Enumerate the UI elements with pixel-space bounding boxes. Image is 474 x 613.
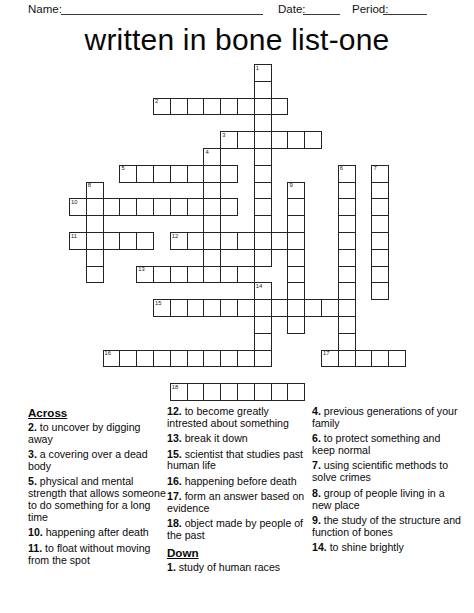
crossword-cell[interactable]: [237, 131, 255, 149]
clue-number: 5.: [28, 475, 37, 487]
crossword-cell[interactable]: [153, 198, 171, 216]
crossword-cell[interactable]: [254, 350, 272, 368]
crossword-cell[interactable]: [254, 148, 272, 166]
clue-item-1: 1. study of human races: [167, 562, 308, 574]
page-title: written in bone list-one: [0, 23, 474, 57]
crossword-cell[interactable]: [304, 131, 322, 149]
crossword-cell[interactable]: [203, 215, 221, 233]
crossword-cell[interactable]: 8: [86, 182, 104, 200]
crossword-cell[interactable]: [304, 299, 322, 317]
crossword-cell[interactable]: [220, 299, 238, 317]
crossword-cell[interactable]: 3: [220, 131, 238, 149]
cell-number: 13: [138, 266, 144, 273]
crossword-cell[interactable]: [254, 232, 272, 250]
clue-item-9: 9. the study of the structure and functi…: [312, 515, 465, 539]
crossword-cell[interactable]: [187, 165, 205, 183]
crossword-cell[interactable]: [338, 182, 356, 200]
crossword-cell[interactable]: 18: [170, 383, 188, 401]
crossword-cell[interactable]: [153, 350, 171, 368]
crossword-cell[interactable]: [254, 215, 272, 233]
crossword-cell[interactable]: [187, 299, 205, 317]
crossword-cell[interactable]: [119, 198, 137, 216]
crossword-cell[interactable]: [287, 383, 305, 401]
cell-number: 14: [256, 283, 262, 290]
clue-item-6: 6. to protect something and keep normal: [312, 433, 465, 457]
crossword-cell[interactable]: [254, 316, 272, 334]
crossword-cell[interactable]: [170, 299, 188, 317]
crossword-cell[interactable]: [254, 333, 272, 351]
cell-number: 5: [121, 165, 124, 172]
clue-number: 1.: [167, 561, 176, 573]
cell-number: 7: [373, 165, 376, 172]
crossword-cell[interactable]: [338, 232, 356, 250]
crossword-cell[interactable]: 13: [136, 266, 154, 284]
crossword-cell[interactable]: [170, 165, 188, 183]
crossword-cell[interactable]: 16: [103, 350, 121, 368]
crossword-cell[interactable]: 10: [69, 198, 87, 216]
crossword-cell[interactable]: [119, 232, 137, 250]
cell-number: 6: [340, 165, 343, 172]
crossword-cell[interactable]: [237, 350, 255, 368]
crossword-cell[interactable]: [187, 383, 205, 401]
crossword-cell[interactable]: [338, 266, 356, 284]
crossword-cell[interactable]: [187, 266, 205, 284]
crossword-cell[interactable]: [254, 165, 272, 183]
crossword-cell[interactable]: [371, 215, 389, 233]
crossword-cell[interactable]: [271, 98, 289, 116]
clue-item-13: 13. break it down: [167, 433, 308, 445]
name-label: Name:: [28, 3, 62, 15]
cell-number: 1: [256, 65, 259, 72]
clue-number: 15.: [167, 448, 182, 460]
crossword-cell[interactable]: [237, 232, 255, 250]
crossword-cell[interactable]: 6: [338, 165, 356, 183]
crossword-cell[interactable]: 17: [321, 350, 339, 368]
crossword-cell[interactable]: [338, 215, 356, 233]
crossword-cell[interactable]: [136, 198, 154, 216]
crossword-cell[interactable]: [254, 299, 272, 317]
crossword-cell[interactable]: [203, 198, 221, 216]
crossword-cell[interactable]: [203, 232, 221, 250]
crossword-cell[interactable]: [103, 198, 121, 216]
crossword-cell[interactable]: [220, 198, 238, 216]
crossword-cell[interactable]: [203, 249, 221, 267]
crossword-cell[interactable]: [153, 266, 171, 284]
crossword-cell[interactable]: [254, 182, 272, 200]
crossword-cell[interactable]: [254, 131, 272, 149]
crossword-cell[interactable]: 7: [371, 165, 389, 183]
crossword-cell[interactable]: 1: [254, 64, 272, 82]
date-label: Date:: [278, 3, 306, 15]
crossword-cell[interactable]: [187, 98, 205, 116]
crossword-cell[interactable]: 15: [153, 299, 171, 317]
cell-number: 16: [105, 350, 111, 357]
crossword-cell[interactable]: [388, 350, 406, 368]
crossword-cell[interactable]: [86, 215, 104, 233]
cell-number: 2: [155, 98, 158, 105]
clue-number: 10.: [28, 526, 43, 538]
clue-number: 14.: [312, 541, 327, 553]
crossword-cell[interactable]: [271, 131, 289, 149]
clue-item-18: 18. object made by people of the past: [167, 518, 308, 542]
cell-number: 3: [222, 132, 225, 139]
crossword-cell[interactable]: [338, 299, 356, 317]
crossword-cell[interactable]: [170, 98, 188, 116]
clues-column-3: 4. previous generations of your family6.…: [312, 406, 465, 557]
crossword-cell[interactable]: [203, 98, 221, 116]
crossword-cell[interactable]: [287, 266, 305, 284]
crossword-cell[interactable]: [338, 316, 356, 334]
cell-number: 10: [71, 199, 77, 206]
cell-number: 8: [88, 182, 91, 189]
crossword-cell[interactable]: [86, 232, 104, 250]
crossword-cell[interactable]: [254, 198, 272, 216]
crossword-cell[interactable]: [287, 232, 305, 250]
crossword-cell[interactable]: [203, 350, 221, 368]
crossword-cell[interactable]: [287, 316, 305, 334]
crossword-cell[interactable]: [287, 249, 305, 267]
crossword-cell[interactable]: [220, 383, 238, 401]
crossword-cell[interactable]: [287, 215, 305, 233]
crossword-cell[interactable]: [254, 81, 272, 99]
crossword-cell[interactable]: [203, 383, 221, 401]
crossword-cell[interactable]: [220, 232, 238, 250]
crossword-cell[interactable]: [371, 232, 389, 250]
crossword-cell[interactable]: [237, 299, 255, 317]
crossword-cell[interactable]: [220, 165, 238, 183]
clue-item-3: 3. a covering over a dead body: [28, 449, 167, 473]
crossword-cell[interactable]: 5: [119, 165, 137, 183]
crossword-cell[interactable]: [287, 282, 305, 300]
crossword-cell[interactable]: [187, 232, 205, 250]
cell-number: 4: [205, 149, 208, 156]
cell-number: 17: [323, 350, 329, 357]
crossword-cell[interactable]: [338, 198, 356, 216]
clue-number: 13.: [167, 432, 182, 444]
crossword-cell[interactable]: [371, 266, 389, 284]
cell-number: 9: [289, 182, 292, 189]
crossword-cell[interactable]: [254, 249, 272, 267]
period-field-line[interactable]: [383, 2, 427, 15]
cell-number: 15: [155, 300, 161, 307]
clue-number: 12.: [167, 405, 182, 417]
clue-item-10: 10. happening after death: [28, 527, 167, 539]
crossword-cell[interactable]: [86, 249, 104, 267]
crossword-cell[interactable]: [220, 350, 238, 368]
clue-number: 8.: [312, 487, 321, 499]
date-field-line[interactable]: [303, 2, 340, 15]
crossword-cell[interactable]: [271, 232, 289, 250]
crossword-cell[interactable]: [254, 114, 272, 132]
crossword-cell[interactable]: [237, 98, 255, 116]
crossword-cell[interactable]: [287, 299, 305, 317]
clue-item-14: 14. to shine brightly: [312, 542, 465, 554]
clue-number: 4.: [312, 405, 321, 417]
clue-number: 3.: [28, 448, 37, 460]
crossword-cell[interactable]: 9: [287, 182, 305, 200]
crossword-cell[interactable]: [338, 333, 356, 351]
crossword-cell[interactable]: [203, 182, 221, 200]
crossword-cell[interactable]: [86, 266, 104, 284]
crossword-cell[interactable]: 11: [69, 232, 87, 250]
crossword-cell[interactable]: [321, 299, 339, 317]
crossword-cell[interactable]: [170, 350, 188, 368]
crossword-cell[interactable]: [254, 383, 272, 401]
crossword-cell[interactable]: [170, 266, 188, 284]
crossword-cell[interactable]: [371, 282, 389, 300]
crossword-cell[interactable]: 2: [153, 98, 171, 116]
crossword-cell[interactable]: [203, 299, 221, 317]
crossword-cell[interactable]: [187, 350, 205, 368]
clue-number: 11.: [28, 542, 42, 554]
clue-item-8: 8. group of people living in a new place: [312, 488, 465, 512]
crossword-cell[interactable]: 14: [254, 282, 272, 300]
crossword-cell[interactable]: [338, 249, 356, 267]
crossword-cell[interactable]: [271, 299, 289, 317]
clue-item-12: 12. to become greatly intrested about so…: [167, 406, 308, 430]
crossword-cell[interactable]: [203, 165, 221, 183]
clues-column-2: 12. to become greatly intrested about so…: [167, 406, 308, 577]
crossword-cell[interactable]: [220, 266, 238, 284]
clues-column-1: Across2. to uncover by digging away3. a …: [28, 406, 167, 570]
clue-number: 2.: [28, 421, 37, 433]
crossword-cell[interactable]: [170, 198, 188, 216]
crossword-cell[interactable]: [338, 282, 356, 300]
clue-item-16: 16. happening before death: [167, 476, 308, 488]
crossword-cell[interactable]: [237, 383, 255, 401]
clue-item-7: 7. using scientific methods to solve cri…: [312, 460, 465, 484]
crossword-cell[interactable]: [338, 350, 356, 368]
crossword-cell[interactable]: [136, 165, 154, 183]
cell-number: 18: [172, 384, 178, 391]
clue-number: 6.: [312, 432, 321, 444]
crossword-grid: 123456789101112131415161718: [69, 64, 405, 400]
crossword-cell[interactable]: [287, 198, 305, 216]
clue-number: 7.: [312, 459, 321, 471]
cell-number: 11: [71, 233, 77, 240]
crossword-cell[interactable]: [271, 383, 289, 401]
name-field-line[interactable]: [61, 2, 263, 15]
crossword-cell[interactable]: [254, 98, 272, 116]
clue-item-5: 5. physical and mental strength that all…: [28, 476, 167, 523]
clue-number: 16.: [167, 475, 182, 487]
crossword-cell[interactable]: [220, 98, 238, 116]
crossword-cell[interactable]: 4: [203, 148, 221, 166]
crossword-cell[interactable]: [371, 198, 389, 216]
crossword-cell[interactable]: [371, 182, 389, 200]
crossword-cell[interactable]: [287, 131, 305, 149]
crossword-cell[interactable]: [371, 350, 389, 368]
clue-item-4: 4. previous generations of your family: [312, 406, 465, 430]
clue-item-11: 11. to float without moving from the spo…: [28, 543, 167, 567]
crossword-cell[interactable]: [153, 165, 171, 183]
crossword-cell[interactable]: [119, 350, 137, 368]
crossword-cell[interactable]: [86, 198, 104, 216]
crossword-cell[interactable]: [203, 266, 221, 284]
clue-number: 17.: [167, 490, 182, 502]
clue-item-15: 15. scientist that studies past human li…: [167, 449, 308, 473]
across-heading: Across: [28, 406, 167, 419]
cell-number: 12: [172, 233, 178, 240]
crossword-cell[interactable]: [136, 350, 154, 368]
clue-number: 9.: [312, 514, 321, 526]
crossword-cell[interactable]: [103, 232, 121, 250]
crossword-cell[interactable]: [355, 350, 373, 368]
down-heading: Down: [167, 546, 308, 559]
crossword-cell[interactable]: 12: [170, 232, 188, 250]
crossword-cell[interactable]: [371, 249, 389, 267]
crossword-cell[interactable]: [136, 232, 154, 250]
crossword-cell[interactable]: [237, 266, 255, 284]
clue-item-2: 2. to uncover by digging away: [28, 422, 167, 446]
clue-number: 18.: [167, 517, 182, 529]
clue-item-17: 17. form an answer based on evidence: [167, 491, 308, 515]
crossword-cell[interactable]: [187, 198, 205, 216]
